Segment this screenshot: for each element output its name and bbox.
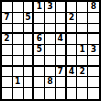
cell-r4c3[interactable]: [24, 34, 35, 45]
cell-r8c1[interactable]: [2, 77, 13, 88]
cell-r7c2[interactable]: [13, 67, 24, 78]
cell-r2c4[interactable]: [34, 13, 45, 24]
cell-r5c7[interactable]: [67, 45, 78, 56]
cell-r6c2[interactable]: [13, 56, 24, 67]
cell-r9c5[interactable]: [45, 88, 56, 99]
cell-r4c1[interactable]: 2: [2, 34, 13, 45]
cell-r7c3[interactable]: [24, 67, 35, 78]
cell-r1c1[interactable]: [2, 2, 13, 13]
cell-r6c8[interactable]: [77, 56, 88, 67]
cell-r1c7[interactable]: [67, 2, 78, 13]
cell-r8c5[interactable]: 8: [45, 77, 56, 88]
cell-r2c8[interactable]: [77, 13, 88, 24]
cell-r8c4[interactable]: [34, 77, 45, 88]
cell-r2c3[interactable]: 5: [24, 13, 35, 24]
cell-r5c6[interactable]: [56, 45, 67, 56]
cell-r6c3[interactable]: [24, 56, 35, 67]
cell-r2c2[interactable]: [13, 13, 24, 24]
cell-r5c3[interactable]: [24, 45, 35, 56]
cell-r6c6[interactable]: [56, 56, 67, 67]
cell-r4c9[interactable]: [88, 34, 99, 45]
cell-r8c3[interactable]: [24, 77, 35, 88]
cell-r4c5[interactable]: [45, 34, 56, 45]
cell-r1c3[interactable]: [24, 2, 35, 13]
cell-r6c1[interactable]: [2, 56, 13, 67]
cell-r4c8[interactable]: [77, 34, 88, 45]
cell-r3c3[interactable]: [24, 24, 35, 35]
cell-r9c9[interactable]: [88, 88, 99, 99]
cell-r9c7[interactable]: [67, 88, 78, 99]
cell-r3c6[interactable]: [56, 24, 67, 35]
cell-r7c7[interactable]: 4: [67, 67, 78, 78]
cell-r2c5[interactable]: [45, 13, 56, 24]
cell-r1c4[interactable]: 1: [34, 2, 45, 13]
cell-r9c6[interactable]: [56, 88, 67, 99]
cell-r9c4[interactable]: [34, 88, 45, 99]
cell-r7c9[interactable]: [88, 67, 99, 78]
cell-r3c9[interactable]: [88, 24, 99, 35]
cell-r6c9[interactable]: [88, 56, 99, 67]
cell-r2c1[interactable]: 7: [2, 13, 13, 24]
cell-r7c8[interactable]: 2: [77, 67, 88, 78]
cell-r4c6[interactable]: 4: [56, 34, 67, 45]
cell-r9c3[interactable]: [24, 88, 35, 99]
cell-r5c2[interactable]: [13, 45, 24, 56]
cell-r1c6[interactable]: [56, 2, 67, 13]
cell-r2c7[interactable]: 2: [67, 13, 78, 24]
cell-r3c2[interactable]: [13, 24, 24, 35]
cell-r5c8[interactable]: 1: [77, 45, 88, 56]
cell-r3c4[interactable]: [34, 24, 45, 35]
cell-r3c7[interactable]: [67, 24, 78, 35]
cell-r8c6[interactable]: [56, 77, 67, 88]
cell-r7c4[interactable]: [34, 67, 45, 78]
cell-r4c2[interactable]: [13, 34, 24, 45]
cell-r8c8[interactable]: [77, 77, 88, 88]
cell-r6c5[interactable]: [45, 56, 56, 67]
cell-r2c9[interactable]: [88, 13, 99, 24]
cell-r5c5[interactable]: [45, 45, 56, 56]
cell-r7c5[interactable]: [45, 67, 56, 78]
cell-r4c7[interactable]: [67, 34, 78, 45]
cell-r9c8[interactable]: [77, 88, 88, 99]
cell-r1c5[interactable]: 3: [45, 2, 56, 13]
cell-r7c1[interactable]: [2, 67, 13, 78]
cell-r7c6[interactable]: 7: [56, 67, 67, 78]
cell-r9c2[interactable]: [13, 88, 24, 99]
cell-r2c6[interactable]: [56, 13, 67, 24]
cell-r5c1[interactable]: [2, 45, 13, 56]
cell-r1c2[interactable]: [13, 2, 24, 13]
cell-r3c5[interactable]: [45, 24, 56, 35]
cell-r1c9[interactable]: 8: [88, 2, 99, 13]
cell-r6c4[interactable]: [34, 56, 45, 67]
cell-r4c4[interactable]: 6: [34, 34, 45, 45]
cell-r5c9[interactable]: 3: [88, 45, 99, 56]
cell-r8c2[interactable]: 1: [13, 77, 24, 88]
cell-r5c4[interactable]: 5: [34, 45, 45, 56]
cell-r8c7[interactable]: [67, 77, 78, 88]
cell-r3c1[interactable]: [2, 24, 13, 35]
cell-r1c8[interactable]: [77, 2, 88, 13]
cell-r6c7[interactable]: [67, 56, 78, 67]
sudoku-board: 13875226451374218: [0, 0, 101, 101]
cell-r3c8[interactable]: [77, 24, 88, 35]
cell-r9c1[interactable]: [2, 88, 13, 99]
cell-r8c9[interactable]: [88, 77, 99, 88]
